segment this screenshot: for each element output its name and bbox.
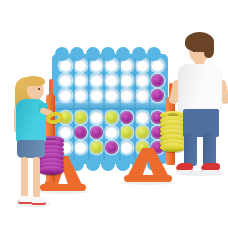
board-left-foot [40,184,86,191]
boy-red-sneaker [176,163,193,172]
board-cell-r4c2 [74,111,87,124]
purple-disc [120,111,133,124]
board-cell-r3c7 [151,89,164,102]
board-cell-r2c5 [120,74,133,87]
board-column-divider [134,58,136,160]
board-cell-r4c5 [120,111,133,124]
board-holes [59,59,168,160]
board-cell-r5c2 [74,126,87,139]
board-cell-r3c6 [136,89,149,102]
purple-disc [151,89,164,102]
boy-eye [193,50,195,52]
board-cell-r5c5 [120,126,133,139]
board-cell-r3c4 [105,89,118,102]
purple-disc [90,126,103,139]
lime-disc [74,111,87,124]
board-column-divider [149,58,151,160]
board-column-divider [73,58,75,160]
board-cell-r2c3 [90,74,103,87]
board-cell-r5c6 [136,126,149,139]
board-cell-r6c5 [120,141,133,154]
board-cell-r5c4 [105,126,118,139]
board-cell-r4c4 [105,111,118,124]
yellow-ring [160,143,186,152]
board-cell-r5c3 [90,126,103,139]
connect-four-board [52,54,168,164]
board-scallop [55,47,69,61]
board-right-foot [124,175,172,182]
board-cell-r6c2 [74,141,87,154]
lime-disc [120,126,133,139]
purple-ring [38,166,64,175]
girl-denim-shorts [17,140,45,158]
board-cell-r2c7 [151,74,164,87]
board-cell-r2c4 [105,74,118,87]
product-photo-scene [0,0,228,228]
board-cell-r6c4 [105,141,118,154]
boy-red-sneaker [201,163,220,172]
board-column-divider [119,58,121,160]
board-column-divider [88,58,90,160]
board-cell-r4c6 [136,111,149,124]
board-cell-r2c1 [59,74,72,87]
lime-disc [90,141,103,154]
lime-disc [136,126,149,139]
lime-disc [105,111,118,124]
boy-shirt [178,64,222,112]
board-cell-r6c3 [90,141,103,154]
board-cell-r3c3 [90,89,103,102]
girl-sneaker [31,197,46,205]
boy-hair [204,44,214,58]
boy-leg [184,133,197,166]
boy-leg [203,133,216,166]
board-cell-r2c2 [74,74,87,87]
girl-leg [33,157,40,198]
board-cell-r3c5 [120,89,133,102]
board-cell-r3c1 [59,89,72,102]
board-cell-r4c3 [90,111,103,124]
girl-leg [21,157,28,198]
purple-disc [151,74,164,87]
purple-disc [105,141,118,154]
girl-eye [38,88,40,90]
board-column-divider [103,58,105,160]
purple-disc [74,126,87,139]
board-cell-r3c2 [74,89,87,102]
board-cell-r2c6 [136,74,149,87]
girl-bangs [24,76,45,86]
